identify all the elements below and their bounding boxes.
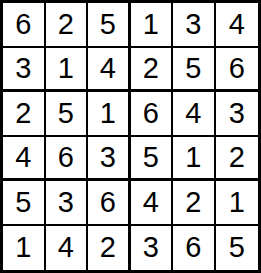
sudoku-page: 625134314256251643463512536421142365 — [0, 0, 261, 273]
sudoku-cell-r6c2[interactable]: 4 — [46, 226, 89, 271]
sudoku-cell-r1c3[interactable]: 5 — [88, 3, 131, 48]
sudoku-cell-r1c6[interactable]: 4 — [216, 3, 259, 48]
sudoku-cell-r1c5[interactable]: 3 — [173, 3, 216, 48]
sudoku-cell-r4c6[interactable]: 2 — [216, 137, 259, 182]
sudoku-cell-r5c4[interactable]: 4 — [131, 181, 174, 226]
sudoku-cell-r2c6[interactable]: 6 — [216, 48, 259, 93]
sudoku-cell-r2c3[interactable]: 4 — [88, 48, 131, 93]
sudoku-cell-r3c6[interactable]: 3 — [216, 92, 259, 137]
sudoku-cell-r4c1[interactable]: 4 — [3, 137, 46, 182]
sudoku-cell-r5c1[interactable]: 5 — [3, 181, 46, 226]
sudoku-cell-r3c1[interactable]: 2 — [3, 92, 46, 137]
sudoku-cell-r5c6[interactable]: 1 — [216, 181, 259, 226]
sudoku-cell-r1c1[interactable]: 6 — [3, 3, 46, 48]
sudoku-cell-r6c6[interactable]: 5 — [216, 226, 259, 271]
sudoku-cell-r2c1[interactable]: 3 — [3, 48, 46, 93]
sudoku-cell-r5c2[interactable]: 3 — [46, 181, 89, 226]
sudoku-cell-r6c3[interactable]: 2 — [88, 226, 131, 271]
sudoku-cell-r5c5[interactable]: 2 — [173, 181, 216, 226]
sudoku-cell-r3c4[interactable]: 6 — [131, 92, 174, 137]
sudoku-cell-r2c4[interactable]: 2 — [131, 48, 174, 93]
sudoku-cell-r4c3[interactable]: 3 — [88, 137, 131, 182]
sudoku-cell-r1c4[interactable]: 1 — [131, 3, 174, 48]
sudoku-cell-r5c3[interactable]: 6 — [88, 181, 131, 226]
sudoku-cell-r3c5[interactable]: 4 — [173, 92, 216, 137]
sudoku-cell-r1c2[interactable]: 2 — [46, 3, 89, 48]
sudoku-board: 625134314256251643463512536421142365 — [0, 0, 261, 273]
sudoku-cell-r4c2[interactable]: 6 — [46, 137, 89, 182]
sudoku-cell-r3c3[interactable]: 1 — [88, 92, 131, 137]
sudoku-cell-r2c5[interactable]: 5 — [173, 48, 216, 93]
sudoku-cell-r2c2[interactable]: 1 — [46, 48, 89, 93]
sudoku-cell-r6c5[interactable]: 6 — [173, 226, 216, 271]
sudoku-cell-r6c1[interactable]: 1 — [3, 226, 46, 271]
sudoku-cell-r4c5[interactable]: 1 — [173, 137, 216, 182]
sudoku-cell-r6c4[interactable]: 3 — [131, 226, 174, 271]
sudoku-cell-r3c2[interactable]: 5 — [46, 92, 89, 137]
sudoku-cell-r4c4[interactable]: 5 — [131, 137, 174, 182]
